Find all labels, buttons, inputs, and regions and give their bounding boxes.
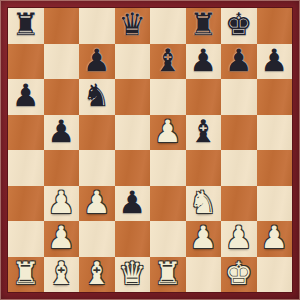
square-b2[interactable]: ♟ — [44, 221, 80, 257]
square-d1[interactable]: ♛ — [115, 257, 151, 293]
piece-black-queen[interactable]: ♛ — [118, 9, 146, 40]
square-b4[interactable] — [44, 150, 80, 186]
piece-black-pawn[interactable]: ♟ — [225, 45, 253, 76]
square-g7[interactable]: ♟ — [221, 44, 257, 80]
square-b3[interactable]: ♟ — [44, 186, 80, 222]
square-c4[interactable] — [79, 150, 115, 186]
square-a7[interactable] — [8, 44, 44, 80]
square-b6[interactable] — [44, 79, 80, 115]
piece-white-rook[interactable]: ♜ — [154, 258, 182, 289]
square-d2[interactable] — [115, 221, 151, 257]
square-e3[interactable] — [150, 186, 186, 222]
square-g1[interactable]: ♚ — [221, 257, 257, 293]
square-d6[interactable] — [115, 79, 151, 115]
piece-white-knight[interactable]: ♞ — [189, 187, 217, 218]
piece-white-pawn[interactable]: ♟ — [260, 222, 288, 253]
piece-black-king[interactable]: ♚ — [225, 9, 253, 40]
square-d4[interactable] — [115, 150, 151, 186]
square-f7[interactable]: ♟ — [186, 44, 222, 80]
square-f1[interactable] — [186, 257, 222, 293]
piece-white-pawn[interactable]: ♟ — [83, 187, 111, 218]
square-f2[interactable]: ♟ — [186, 221, 222, 257]
square-a8[interactable]: ♜ — [8, 8, 44, 44]
square-c8[interactable] — [79, 8, 115, 44]
piece-white-pawn[interactable]: ♟ — [225, 222, 253, 253]
chess-board: ♜♛♜♚♟♝♟♟♟♟♞♟♟♝♟♟♟♞♟♟♟♟♜♝♝♛♜♚ — [8, 8, 292, 292]
piece-white-bishop[interactable]: ♝ — [83, 258, 111, 289]
piece-black-rook[interactable]: ♜ — [189, 9, 217, 40]
square-g3[interactable] — [221, 186, 257, 222]
piece-white-pawn[interactable]: ♟ — [47, 187, 75, 218]
square-h1[interactable] — [257, 257, 293, 293]
square-a3[interactable] — [8, 186, 44, 222]
square-e1[interactable]: ♜ — [150, 257, 186, 293]
square-h6[interactable] — [257, 79, 293, 115]
square-h3[interactable] — [257, 186, 293, 222]
piece-black-rook[interactable]: ♜ — [12, 9, 40, 40]
piece-black-bishop[interactable]: ♝ — [189, 116, 217, 147]
piece-white-pawn[interactable]: ♟ — [154, 116, 182, 147]
square-e7[interactable]: ♝ — [150, 44, 186, 80]
square-f6[interactable] — [186, 79, 222, 115]
square-b1[interactable]: ♝ — [44, 257, 80, 293]
square-g2[interactable]: ♟ — [221, 221, 257, 257]
square-e2[interactable] — [150, 221, 186, 257]
square-a5[interactable] — [8, 115, 44, 151]
square-c3[interactable]: ♟ — [79, 186, 115, 222]
square-e6[interactable] — [150, 79, 186, 115]
piece-black-pawn[interactable]: ♟ — [118, 187, 146, 218]
square-e8[interactable] — [150, 8, 186, 44]
square-h7[interactable]: ♟ — [257, 44, 293, 80]
square-g4[interactable] — [221, 150, 257, 186]
square-b8[interactable] — [44, 8, 80, 44]
piece-white-pawn[interactable]: ♟ — [47, 222, 75, 253]
piece-black-knight[interactable]: ♞ — [83, 80, 111, 111]
square-c7[interactable]: ♟ — [79, 44, 115, 80]
board-frame: ♜♛♜♚♟♝♟♟♟♟♞♟♟♝♟♟♟♞♟♟♟♟♜♝♝♛♜♚ — [0, 0, 300, 300]
square-e5[interactable]: ♟ — [150, 115, 186, 151]
piece-black-pawn[interactable]: ♟ — [83, 45, 111, 76]
square-g6[interactable] — [221, 79, 257, 115]
square-a4[interactable] — [8, 150, 44, 186]
piece-black-bishop[interactable]: ♝ — [154, 45, 182, 76]
square-d7[interactable] — [115, 44, 151, 80]
square-a6[interactable]: ♟ — [8, 79, 44, 115]
square-f8[interactable]: ♜ — [186, 8, 222, 44]
square-c6[interactable]: ♞ — [79, 79, 115, 115]
square-d3[interactable]: ♟ — [115, 186, 151, 222]
square-e4[interactable] — [150, 150, 186, 186]
square-h2[interactable]: ♟ — [257, 221, 293, 257]
square-c2[interactable] — [79, 221, 115, 257]
square-a1[interactable]: ♜ — [8, 257, 44, 293]
square-h8[interactable] — [257, 8, 293, 44]
square-f5[interactable]: ♝ — [186, 115, 222, 151]
square-h5[interactable] — [257, 115, 293, 151]
square-f4[interactable] — [186, 150, 222, 186]
square-c5[interactable] — [79, 115, 115, 151]
square-a2[interactable] — [8, 221, 44, 257]
square-g8[interactable]: ♚ — [221, 8, 257, 44]
piece-black-pawn[interactable]: ♟ — [12, 80, 40, 111]
square-h4[interactable] — [257, 150, 293, 186]
piece-white-pawn[interactable]: ♟ — [189, 222, 217, 253]
piece-white-queen[interactable]: ♛ — [118, 258, 146, 289]
square-b5[interactable]: ♟ — [44, 115, 80, 151]
piece-white-rook[interactable]: ♜ — [12, 258, 40, 289]
piece-white-king[interactable]: ♚ — [225, 258, 253, 289]
square-d5[interactable] — [115, 115, 151, 151]
square-b7[interactable] — [44, 44, 80, 80]
piece-black-pawn[interactable]: ♟ — [260, 45, 288, 76]
square-g5[interactable] — [221, 115, 257, 151]
square-c1[interactable]: ♝ — [79, 257, 115, 293]
piece-black-pawn[interactable]: ♟ — [189, 45, 217, 76]
square-f3[interactable]: ♞ — [186, 186, 222, 222]
square-d8[interactable]: ♛ — [115, 8, 151, 44]
piece-white-bishop[interactable]: ♝ — [47, 258, 75, 289]
piece-black-pawn[interactable]: ♟ — [47, 116, 75, 147]
